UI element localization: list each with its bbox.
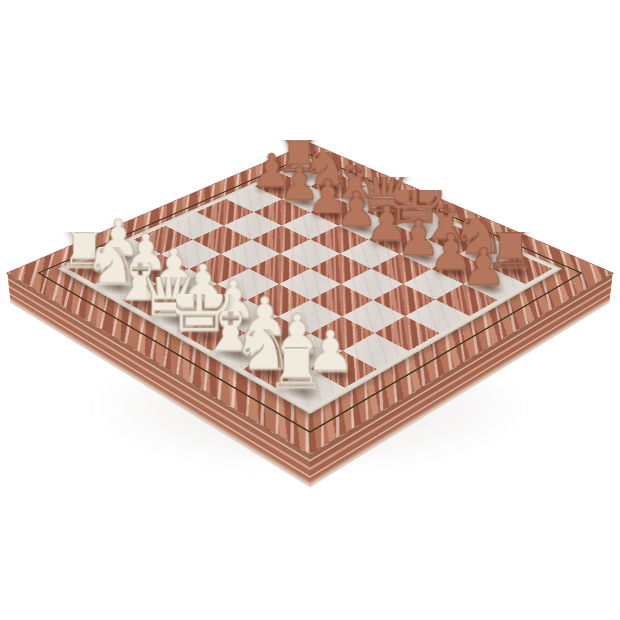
piece-shadow-a2 (103, 246, 146, 267)
product-photo-scene: ♜♞♝♛♚♝♞♜♟♟♟♟♟♟♟♟♟♟♟♟♟♟♟♟♜♞♝♛♚♝♞♜ (0, 0, 620, 620)
